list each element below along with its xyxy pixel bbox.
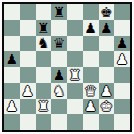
square-h3[interactable] [114,83,130,99]
piece-black-pawn: ♟ [6,52,19,66]
square-a4[interactable] [4,67,20,83]
square-b7[interactable] [20,20,36,36]
piece-white-pawn: ♟ [21,83,34,97]
piece-white-pawn: ♟ [116,52,129,66]
piece-white-pawn: ♟ [84,99,97,113]
square-g2[interactable]: ♚ [99,99,115,115]
square-g8[interactable]: ♚ [99,4,115,20]
square-d6[interactable]: ♛ [51,36,67,52]
square-c5[interactable] [36,51,52,67]
piece-black-king: ♚ [100,4,113,18]
square-b8[interactable] [20,4,36,20]
square-h6[interactable]: ♟ [114,36,130,52]
square-b1[interactable] [20,114,36,130]
piece-black-knight: ♞ [37,36,50,50]
square-b4[interactable] [20,67,36,83]
board-frame: ♜♚♜♟♟♞♛♟♟♟♟♜♟♞♛♟♟♜♟♚ [2,2,132,132]
piece-black-pawn: ♟ [53,67,66,81]
square-e4[interactable]: ♜ [67,67,83,83]
square-d4[interactable]: ♟ [51,67,67,83]
square-c6[interactable]: ♞ [36,36,52,52]
piece-black-rook: ♜ [53,4,66,18]
square-a1[interactable] [4,114,20,130]
square-g3[interactable]: ♟ [99,83,115,99]
piece-white-rook: ♜ [69,67,82,81]
piece-white-pawn: ♟ [6,99,19,113]
square-c4[interactable] [36,67,52,83]
square-h1[interactable] [114,114,130,130]
square-e1[interactable] [67,114,83,130]
square-h4[interactable] [114,67,130,83]
piece-black-queen: ♛ [53,36,66,50]
square-b2[interactable] [20,99,36,115]
square-g4[interactable] [99,67,115,83]
square-a7[interactable] [4,20,20,36]
piece-white-pawn: ♟ [100,83,113,97]
square-f6[interactable] [83,36,99,52]
chess-diagram: ♜♚♜♟♟♞♛♟♟♟♟♜♟♞♛♟♟♜♟♚ [0,0,134,134]
square-e2[interactable] [67,99,83,115]
square-c2[interactable]: ♜ [36,99,52,115]
piece-black-pawn: ♟ [100,20,113,34]
piece-white-king: ♚ [100,99,113,113]
square-a2[interactable]: ♟ [4,99,20,115]
square-d1[interactable] [51,114,67,130]
square-c1[interactable] [36,114,52,130]
square-c7[interactable]: ♜ [36,20,52,36]
square-f3[interactable]: ♛ [83,83,99,99]
square-f7[interactable]: ♟ [83,20,99,36]
square-d5[interactable] [51,51,67,67]
square-e5[interactable] [67,51,83,67]
square-f2[interactable]: ♟ [83,99,99,115]
square-b6[interactable] [20,36,36,52]
square-e8[interactable] [67,4,83,20]
square-g7[interactable]: ♟ [99,20,115,36]
piece-black-rook: ♜ [37,20,50,34]
piece-white-knight: ♞ [53,83,66,97]
piece-black-pawn: ♟ [116,36,129,50]
piece-black-pawn: ♟ [84,20,97,34]
square-f8[interactable] [83,4,99,20]
square-d2[interactable] [51,99,67,115]
square-a8[interactable] [4,4,20,20]
square-e6[interactable] [67,36,83,52]
chess-board: ♜♚♜♟♟♞♛♟♟♟♟♜♟♞♛♟♟♜♟♚ [4,4,130,130]
square-h5[interactable]: ♟ [114,51,130,67]
square-e3[interactable] [67,83,83,99]
piece-white-rook: ♜ [37,99,50,113]
square-h8[interactable] [114,4,130,20]
square-d3[interactable]: ♞ [51,83,67,99]
square-g6[interactable] [99,36,115,52]
square-f1[interactable] [83,114,99,130]
square-b5[interactable] [20,51,36,67]
square-d7[interactable] [51,20,67,36]
square-g1[interactable] [99,114,115,130]
square-d8[interactable]: ♜ [51,4,67,20]
square-h2[interactable] [114,99,130,115]
square-a5[interactable]: ♟ [4,51,20,67]
square-f4[interactable] [83,67,99,83]
square-f5[interactable] [83,51,99,67]
square-e7[interactable] [67,20,83,36]
square-a3[interactable] [4,83,20,99]
square-g5[interactable] [99,51,115,67]
square-a6[interactable] [4,36,20,52]
square-h7[interactable] [114,20,130,36]
square-b3[interactable]: ♟ [20,83,36,99]
square-c8[interactable] [36,4,52,20]
square-c3[interactable] [36,83,52,99]
piece-white-queen: ♛ [84,83,97,97]
